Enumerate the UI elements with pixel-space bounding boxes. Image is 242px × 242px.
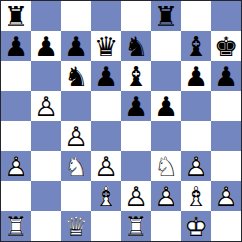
white-bishop[interactable]: ♝♗ xyxy=(181,181,211,211)
square-f5[interactable]: ♟ xyxy=(151,91,181,121)
black-pawn[interactable]: ♟ xyxy=(61,31,91,61)
black-bishop[interactable]: ♝ xyxy=(181,31,211,61)
square-a6[interactable] xyxy=(1,61,31,91)
square-g5[interactable] xyxy=(181,91,211,121)
white-bishop-fill: ♝ xyxy=(91,181,121,211)
square-b2[interactable] xyxy=(31,181,61,211)
square-h8[interactable] xyxy=(211,1,241,31)
square-f4[interactable] xyxy=(151,121,181,151)
black-pawn-glyph: ♟ xyxy=(151,91,181,121)
white-pawn[interactable]: ♟♙ xyxy=(211,181,241,211)
black-queen-glyph: ♛ xyxy=(91,31,121,61)
white-rook-outline: ♖ xyxy=(1,211,31,241)
white-knight-fill: ♞ xyxy=(61,151,91,181)
white-pawn-fill: ♟ xyxy=(61,121,91,151)
square-b5[interactable]: ♟♙ xyxy=(31,91,61,121)
white-rook-fill: ♜ xyxy=(121,211,151,241)
square-b7[interactable]: ♟ xyxy=(31,31,61,61)
black-pawn-glyph: ♟ xyxy=(61,31,91,61)
black-bishop-glyph: ♝ xyxy=(181,31,211,61)
white-bishop[interactable]: ♝♗ xyxy=(91,181,121,211)
square-g3[interactable]: ♟♙ xyxy=(181,151,211,181)
black-knight-glyph: ♞ xyxy=(121,31,151,61)
white-pawn[interactable]: ♟♙ xyxy=(31,91,61,121)
square-h7[interactable]: ♚ xyxy=(211,31,241,61)
black-knight-glyph: ♞ xyxy=(61,61,91,91)
chess-board: ♜♜♟♟♟♛♞♝♚♞♟♝♟♟♟♙♟♟♟♙♟♙♞♘♟♙♞♘♟♙♝♗♟♙♟♙♝♗♟♙… xyxy=(0,0,242,242)
black-queen[interactable]: ♛ xyxy=(91,31,121,61)
black-pawn-glyph: ♟ xyxy=(91,61,121,91)
square-e4[interactable] xyxy=(121,121,151,151)
black-pawn-glyph: ♟ xyxy=(31,31,61,61)
white-pawn-fill: ♟ xyxy=(151,181,181,211)
black-rook[interactable]: ♜ xyxy=(1,1,31,31)
square-g1[interactable]: ♚♔ xyxy=(181,211,211,241)
square-d4[interactable] xyxy=(91,121,121,151)
square-d3[interactable]: ♟♙ xyxy=(91,151,121,181)
white-pawn[interactable]: ♟♙ xyxy=(121,181,151,211)
black-bishop[interactable]: ♝ xyxy=(121,61,151,91)
black-pawn[interactable]: ♟ xyxy=(121,91,151,121)
square-a1[interactable]: ♜♖ xyxy=(1,211,31,241)
square-e5[interactable]: ♟ xyxy=(121,91,151,121)
square-f8[interactable]: ♜ xyxy=(151,1,181,31)
square-d7[interactable]: ♛ xyxy=(91,31,121,61)
square-d2[interactable]: ♝♗ xyxy=(91,181,121,211)
white-pawn-fill: ♟ xyxy=(91,151,121,181)
square-a7[interactable]: ♟ xyxy=(1,31,31,61)
square-f7[interactable] xyxy=(151,31,181,61)
square-h4[interactable] xyxy=(211,121,241,151)
square-h6[interactable]: ♟ xyxy=(211,61,241,91)
square-h1[interactable] xyxy=(211,211,241,241)
white-pawn-outline: ♙ xyxy=(31,91,61,121)
white-pawn[interactable]: ♟♙ xyxy=(181,151,211,181)
white-knight[interactable]: ♞♘ xyxy=(61,151,91,181)
square-f6[interactable] xyxy=(151,61,181,91)
square-e3[interactable] xyxy=(121,151,151,181)
black-pawn-glyph: ♟ xyxy=(1,31,31,61)
white-pawn-outline: ♙ xyxy=(181,151,211,181)
white-queen-fill: ♛ xyxy=(61,211,91,241)
white-king[interactable]: ♚♔ xyxy=(181,211,211,241)
white-knight-outline: ♘ xyxy=(151,151,181,181)
square-e8[interactable] xyxy=(121,1,151,31)
square-e2[interactable]: ♟♙ xyxy=(121,181,151,211)
white-queen[interactable]: ♛♕ xyxy=(61,211,91,241)
black-rook-glyph: ♜ xyxy=(151,1,181,31)
square-e7[interactable]: ♞ xyxy=(121,31,151,61)
square-g6[interactable]: ♟ xyxy=(181,61,211,91)
square-h2[interactable]: ♟♙ xyxy=(211,181,241,211)
square-d5[interactable] xyxy=(91,91,121,121)
square-b4[interactable] xyxy=(31,121,61,151)
white-rook-fill: ♜ xyxy=(1,211,31,241)
square-d6[interactable]: ♟ xyxy=(91,61,121,91)
black-pawn[interactable]: ♟ xyxy=(211,61,241,91)
black-pawn-glyph: ♟ xyxy=(181,61,211,91)
square-h5[interactable] xyxy=(211,91,241,121)
square-a8[interactable]: ♜ xyxy=(1,1,31,31)
white-knight-outline: ♘ xyxy=(61,151,91,181)
square-b1[interactable] xyxy=(31,211,61,241)
square-f2[interactable]: ♟♙ xyxy=(151,181,181,211)
black-pawn[interactable]: ♟ xyxy=(31,31,61,61)
white-rook-outline: ♖ xyxy=(121,211,151,241)
square-e1[interactable]: ♜♖ xyxy=(121,211,151,241)
white-pawn-fill: ♟ xyxy=(181,151,211,181)
white-king-fill: ♚ xyxy=(181,211,211,241)
white-pawn-outline: ♙ xyxy=(211,181,241,211)
white-bishop-outline: ♗ xyxy=(91,181,121,211)
black-knight[interactable]: ♞ xyxy=(121,31,151,61)
black-rook-glyph: ♜ xyxy=(1,1,31,31)
black-pawn-glyph: ♟ xyxy=(211,61,241,91)
black-king[interactable]: ♚ xyxy=(211,31,241,61)
square-b6[interactable] xyxy=(31,61,61,91)
white-pawn-outline: ♙ xyxy=(91,151,121,181)
white-pawn-fill: ♟ xyxy=(211,181,241,211)
white-pawn-outline: ♙ xyxy=(151,181,181,211)
white-pawn[interactable]: ♟♙ xyxy=(91,151,121,181)
square-c3[interactable]: ♞♘ xyxy=(61,151,91,181)
white-pawn-fill: ♟ xyxy=(1,151,31,181)
square-c8[interactable] xyxy=(61,1,91,31)
black-pawn-glyph: ♟ xyxy=(121,91,151,121)
white-pawn-outline: ♙ xyxy=(121,181,151,211)
square-d8[interactable] xyxy=(91,1,121,31)
white-king-outline: ♔ xyxy=(181,211,211,241)
white-pawn[interactable]: ♟♙ xyxy=(151,181,181,211)
square-c6[interactable]: ♞ xyxy=(61,61,91,91)
black-king-glyph: ♚ xyxy=(211,31,241,61)
square-e6[interactable]: ♝ xyxy=(121,61,151,91)
black-bishop-glyph: ♝ xyxy=(121,61,151,91)
white-queen-outline: ♕ xyxy=(61,211,91,241)
square-c7[interactable]: ♟ xyxy=(61,31,91,61)
square-g8[interactable] xyxy=(181,1,211,31)
square-a5[interactable] xyxy=(1,91,31,121)
square-b8[interactable] xyxy=(31,1,61,31)
white-pawn-outline: ♙ xyxy=(1,151,31,181)
square-f1[interactable] xyxy=(151,211,181,241)
square-c4[interactable]: ♟♙ xyxy=(61,121,91,151)
square-a4[interactable] xyxy=(1,121,31,151)
black-pawn[interactable]: ♟ xyxy=(1,31,31,61)
black-pawn[interactable]: ♟ xyxy=(91,61,121,91)
square-h3[interactable] xyxy=(211,151,241,181)
square-f3[interactable]: ♞♘ xyxy=(151,151,181,181)
black-pawn[interactable]: ♟ xyxy=(181,61,211,91)
square-a3[interactable]: ♟♙ xyxy=(1,151,31,181)
white-pawn-fill: ♟ xyxy=(121,181,151,211)
white-rook[interactable]: ♜♖ xyxy=(1,211,31,241)
black-knight[interactable]: ♞ xyxy=(61,61,91,91)
white-pawn-fill: ♟ xyxy=(31,91,61,121)
white-rook[interactable]: ♜♖ xyxy=(121,211,151,241)
square-g2[interactable]: ♝♗ xyxy=(181,181,211,211)
white-bishop-outline: ♗ xyxy=(181,181,211,211)
square-g7[interactable]: ♝ xyxy=(181,31,211,61)
white-pawn[interactable]: ♟♙ xyxy=(1,151,31,181)
square-c2[interactable] xyxy=(61,181,91,211)
white-bishop-fill: ♝ xyxy=(181,181,211,211)
white-knight[interactable]: ♞♘ xyxy=(151,151,181,181)
square-b3[interactable] xyxy=(31,151,61,181)
square-c5[interactable] xyxy=(61,91,91,121)
white-pawn[interactable]: ♟♙ xyxy=(61,121,91,151)
black-rook[interactable]: ♜ xyxy=(151,1,181,31)
white-pawn-outline: ♙ xyxy=(61,121,91,151)
square-g4[interactable] xyxy=(181,121,211,151)
white-knight-fill: ♞ xyxy=(151,151,181,181)
square-a2[interactable] xyxy=(1,181,31,211)
square-c1[interactable]: ♛♕ xyxy=(61,211,91,241)
black-pawn[interactable]: ♟ xyxy=(151,91,181,121)
square-d1[interactable] xyxy=(91,211,121,241)
